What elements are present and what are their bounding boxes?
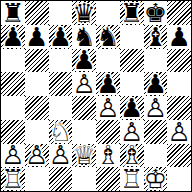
piece-black-pawn: ♟ — [25, 25, 49, 49]
square-g4[interactable]: ♟♙ — [144, 96, 168, 120]
piece-outline: ♙ — [49, 144, 73, 168]
piece-white-pawn: ♟♙ — [96, 96, 120, 120]
square-f8[interactable]: ♜ — [120, 1, 144, 25]
piece-white-pawn: ♟♙ — [167, 120, 191, 144]
piece-white-rook: ♜♖ — [120, 167, 144, 191]
square-b5[interactable] — [25, 72, 49, 96]
square-a4[interactable] — [1, 96, 25, 120]
piece-outline: ♗ — [96, 144, 120, 168]
piece-outline: ♙ — [144, 96, 168, 120]
piece-outline: ♕ — [72, 144, 96, 168]
square-c2[interactable]: ♟♙ — [49, 144, 73, 168]
square-g7[interactable]: ♝ — [144, 25, 168, 49]
piece-white-pawn: ♟♙ — [144, 96, 168, 120]
square-h6[interactable] — [167, 49, 191, 73]
square-g1[interactable]: ♚♔ — [144, 167, 168, 191]
piece-white-queen: ♛♕ — [72, 144, 96, 168]
piece-outline: ♙ — [96, 96, 120, 120]
square-a1[interactable]: ♜♖ — [1, 167, 25, 191]
square-c1[interactable] — [49, 167, 73, 191]
square-e2[interactable]: ♝♗ — [96, 144, 120, 168]
piece-black-bishop: ♝ — [144, 25, 168, 49]
piece-outline: ♙ — [25, 144, 49, 168]
piece-black-rook: ♜ — [120, 1, 144, 25]
square-h1[interactable] — [167, 167, 191, 191]
square-e4[interactable]: ♟♙ — [96, 96, 120, 120]
piece-white-rook: ♜♖ — [1, 167, 25, 191]
square-b2[interactable]: ♟♙ — [25, 144, 49, 168]
piece-outline: ♙ — [167, 120, 191, 144]
piece-outline: ♖ — [120, 167, 144, 191]
square-f7[interactable] — [120, 25, 144, 49]
piece-black-pawn: ♟ — [1, 25, 25, 49]
piece-black-knight: ♞ — [96, 25, 120, 49]
square-b6[interactable] — [25, 49, 49, 73]
square-c6[interactable] — [49, 49, 73, 73]
square-f1[interactable]: ♜♖ — [120, 167, 144, 191]
square-f6[interactable] — [120, 49, 144, 73]
square-h3[interactable]: ♟♙ — [167, 120, 191, 144]
piece-white-pawn: ♟♙ — [25, 144, 49, 168]
square-b1[interactable] — [25, 167, 49, 191]
chess-board: ♜♛♜♚♟♟♟♞♞♝♟♟♟♙♟♟♟♙♟♟♙♞♘♟♙♟♙♟♙♟♙♟♙♛♕♝♗♝♗♜… — [0, 0, 192, 192]
square-d1[interactable] — [72, 167, 96, 191]
square-h2[interactable] — [167, 144, 191, 168]
piece-outline: ♖ — [1, 167, 25, 191]
square-d5[interactable]: ♟♙ — [72, 72, 96, 96]
piece-black-pawn: ♟ — [167, 25, 191, 49]
square-b4[interactable] — [25, 96, 49, 120]
piece-white-bishop: ♝♗ — [96, 144, 120, 168]
piece-white-king: ♚♔ — [144, 167, 168, 191]
square-d4[interactable] — [72, 96, 96, 120]
square-e7[interactable]: ♞ — [96, 25, 120, 49]
square-c7[interactable]: ♟ — [49, 25, 73, 49]
square-a5[interactable] — [1, 72, 25, 96]
piece-white-pawn: ♟♙ — [49, 144, 73, 168]
piece-outline: ♙ — [72, 72, 96, 96]
piece-outline: ♔ — [144, 167, 168, 191]
square-c5[interactable] — [49, 72, 73, 96]
square-e1[interactable] — [96, 167, 120, 191]
piece-black-pawn: ♟ — [49, 25, 73, 49]
square-a7[interactable]: ♟ — [1, 25, 25, 49]
square-g3[interactable] — [144, 120, 168, 144]
square-b7[interactable]: ♟ — [25, 25, 49, 49]
square-a6[interactable] — [1, 49, 25, 73]
square-h5[interactable] — [167, 72, 191, 96]
square-d2[interactable]: ♛♕ — [72, 144, 96, 168]
square-h7[interactable]: ♟ — [167, 25, 191, 49]
piece-white-pawn: ♟♙ — [72, 72, 96, 96]
